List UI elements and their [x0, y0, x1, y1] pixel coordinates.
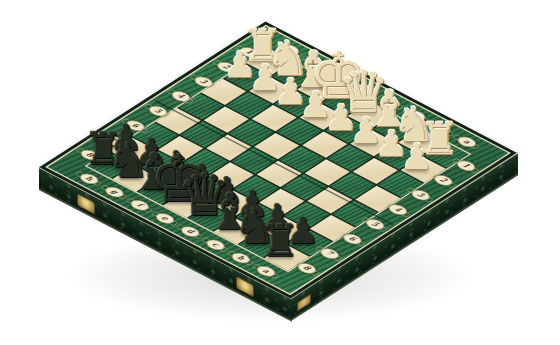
rank-label-right-6-text: 6 — [340, 231, 366, 246]
white-pawn-a2[interactable]: ♟ — [382, 101, 452, 175]
photo-stage: hh11gg22ff33ee44dd55cc66bb77aa88 ♜♞♝♚♛♝♞… — [0, 0, 560, 345]
rank-label-right-3-text: 3 — [408, 187, 434, 202]
clasp-icon — [77, 193, 95, 215]
black-rook-a8[interactable]: ♜ — [245, 189, 315, 263]
hinge-icon — [297, 293, 311, 312]
rank-label-right-5-text: 5 — [362, 217, 388, 232]
rank-label-right-4-text: 4 — [385, 202, 411, 217]
